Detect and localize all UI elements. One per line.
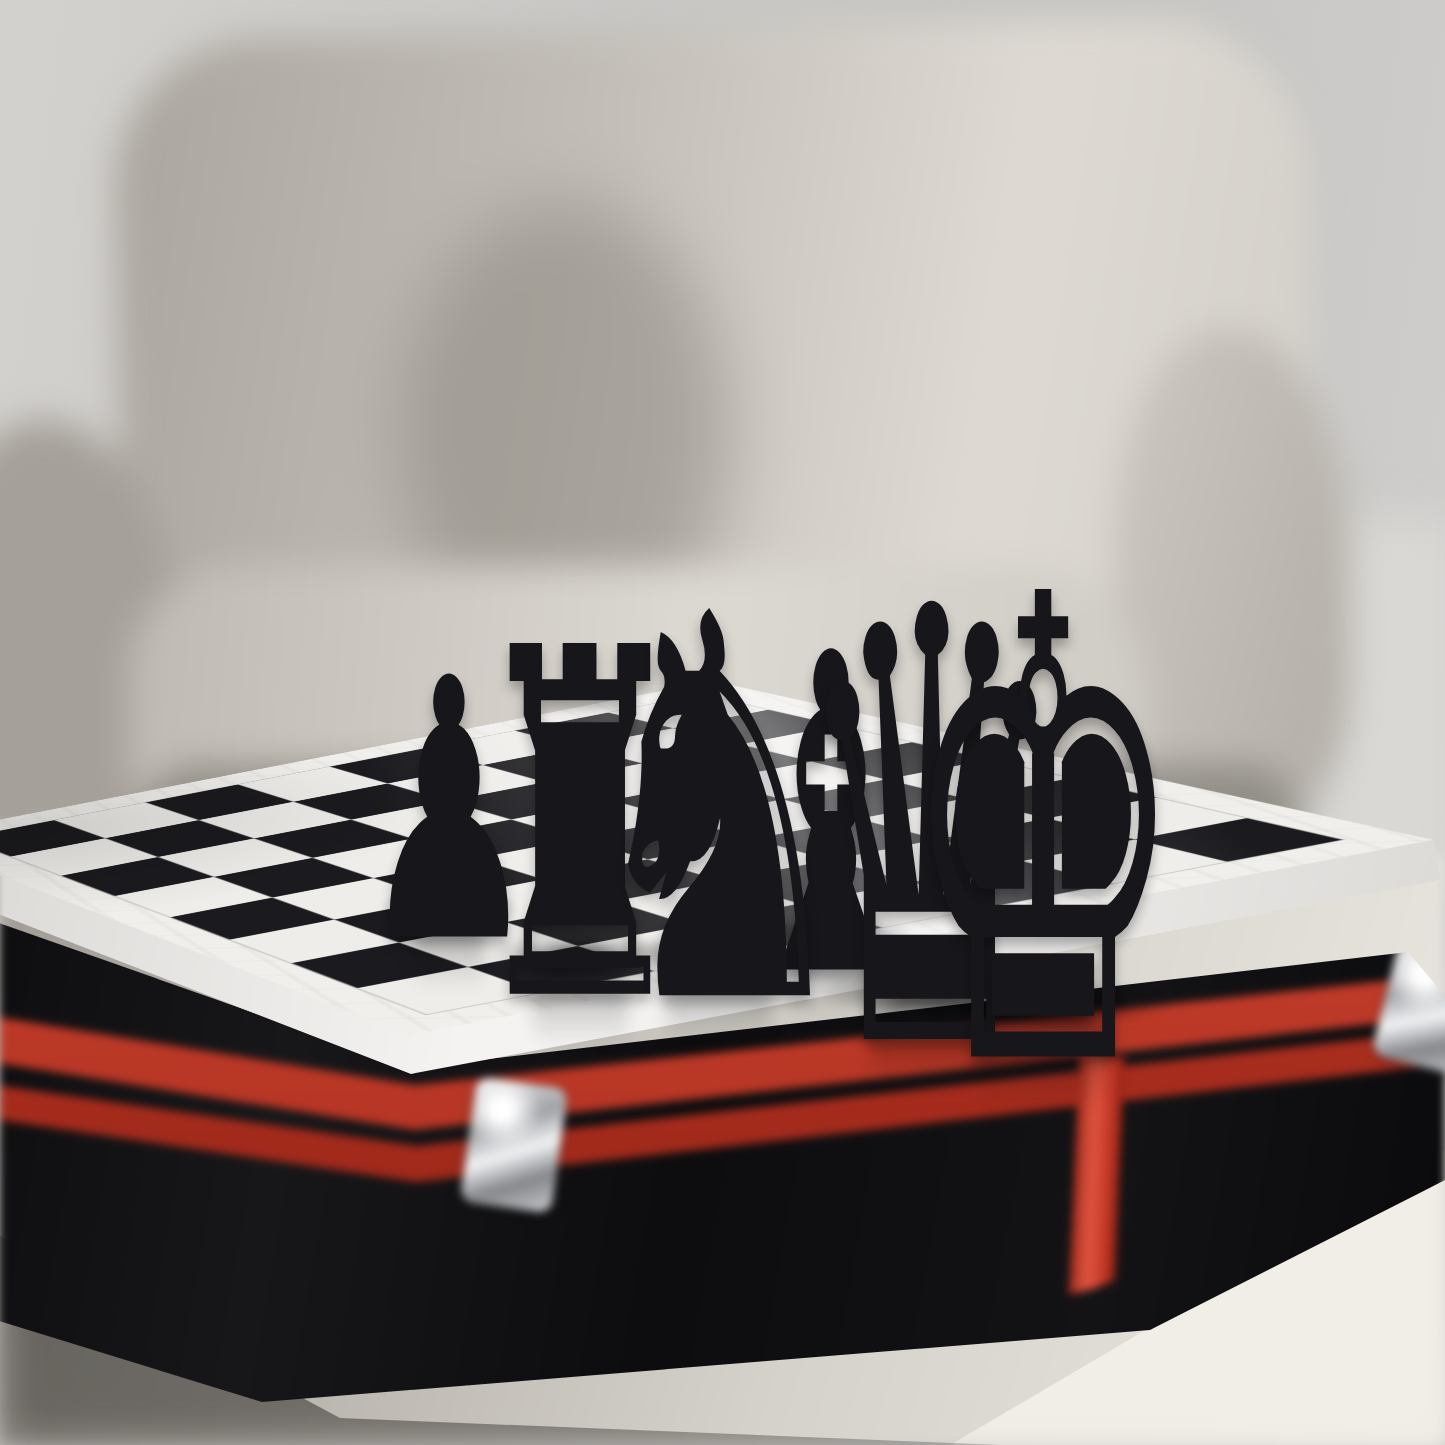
piece-black-king[interactable]: ♚ <box>883 516 1203 1156</box>
scene: ♟♜♞♝♛♚ <box>0 0 1445 1445</box>
pieces-layer: ♟♜♞♝♛♚ <box>0 0 1445 1445</box>
